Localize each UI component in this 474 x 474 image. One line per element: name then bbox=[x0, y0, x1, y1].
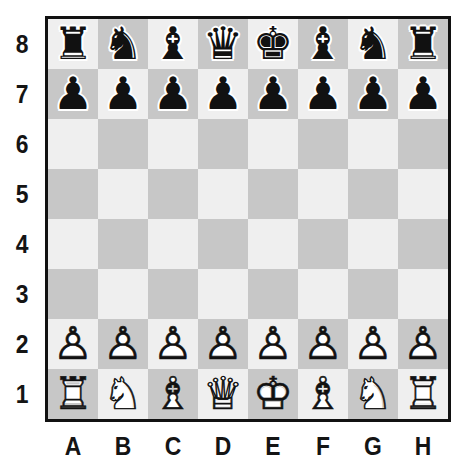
rank-label-2: 2 bbox=[3, 319, 42, 369]
piece-black-rook-a8: ♜ bbox=[48, 18, 98, 68]
piece-white-pawn-c2: ♙ bbox=[148, 318, 198, 368]
piece-white-bishop-f1: ♗ bbox=[298, 368, 348, 418]
square-b2[interactable]: ♟♙ bbox=[98, 319, 148, 369]
square-g4[interactable] bbox=[348, 219, 398, 269]
square-f1[interactable]: ♝♗ bbox=[298, 369, 348, 419]
square-c6[interactable] bbox=[148, 119, 198, 169]
square-f4[interactable] bbox=[298, 219, 348, 269]
piece-white-pawn-d2: ♙ bbox=[198, 318, 248, 368]
piece-black-pawn-a7: ♟ bbox=[48, 68, 98, 118]
piece-white-pawn-fill-f2: ♟ bbox=[299, 319, 348, 368]
square-h7[interactable]: ♟ bbox=[398, 69, 448, 119]
piece-white-pawn-fill-a2: ♟ bbox=[49, 319, 98, 368]
piece-black-knight-b8: ♞ bbox=[98, 18, 148, 68]
square-f6[interactable] bbox=[298, 119, 348, 169]
piece-black-queen-d8: ♛ bbox=[198, 18, 248, 68]
piece-black-bishop-c8: ♝ bbox=[148, 18, 198, 68]
square-d8[interactable]: ♛ bbox=[198, 19, 248, 69]
piece-black-king-e8: ♚ bbox=[248, 18, 298, 68]
rank-label-5: 5 bbox=[3, 169, 42, 219]
square-b4[interactable] bbox=[98, 219, 148, 269]
rank-label-4: 4 bbox=[3, 219, 42, 269]
square-a1[interactable]: ♜♖ bbox=[48, 369, 98, 419]
file-label-d: D bbox=[201, 426, 245, 466]
square-h2[interactable]: ♟♙ bbox=[398, 319, 448, 369]
square-e1[interactable]: ♚♔ bbox=[248, 369, 298, 419]
piece-white-pawn-a2: ♙ bbox=[48, 318, 98, 368]
piece-black-pawn-h7: ♟ bbox=[398, 68, 448, 118]
piece-white-rook-fill-a1: ♜ bbox=[49, 369, 98, 418]
square-b7[interactable]: ♟ bbox=[98, 69, 148, 119]
piece-white-pawn-fill-e2: ♟ bbox=[249, 319, 298, 368]
piece-white-pawn-fill-c2: ♟ bbox=[149, 319, 198, 368]
file-label-f: F bbox=[301, 426, 345, 466]
square-f3[interactable] bbox=[298, 269, 348, 319]
square-d7[interactable]: ♟ bbox=[198, 69, 248, 119]
piece-white-rook-fill-h1: ♜ bbox=[399, 369, 448, 418]
square-g1[interactable]: ♞♘ bbox=[348, 369, 398, 419]
piece-black-pawn-d7: ♟ bbox=[198, 68, 248, 118]
square-f2[interactable]: ♟♙ bbox=[298, 319, 348, 369]
square-d2[interactable]: ♟♙ bbox=[198, 319, 248, 369]
square-e7[interactable]: ♟ bbox=[248, 69, 298, 119]
piece-white-queen-fill-d1: ♛ bbox=[199, 369, 248, 418]
file-label-a: A bbox=[51, 426, 95, 466]
piece-white-knight-g1: ♘ bbox=[348, 368, 398, 418]
file-label-c: C bbox=[151, 426, 195, 466]
piece-black-pawn-g7: ♟ bbox=[348, 68, 398, 118]
file-label-h: H bbox=[401, 426, 445, 466]
square-h4[interactable] bbox=[398, 219, 448, 269]
piece-white-bishop-fill-c1: ♝ bbox=[149, 369, 198, 418]
piece-black-pawn-f7: ♟ bbox=[298, 68, 348, 118]
piece-black-pawn-c7: ♟ bbox=[148, 68, 198, 118]
piece-white-pawn-fill-h2: ♟ bbox=[399, 319, 448, 368]
square-h6[interactable] bbox=[398, 119, 448, 169]
square-a7[interactable]: ♟ bbox=[48, 69, 98, 119]
square-e6[interactable] bbox=[248, 119, 298, 169]
piece-white-knight-fill-b1: ♞ bbox=[99, 369, 148, 418]
square-g3[interactable] bbox=[348, 269, 398, 319]
piece-white-pawn-b2: ♙ bbox=[98, 318, 148, 368]
square-d1[interactable]: ♛♕ bbox=[198, 369, 248, 419]
square-h8[interactable]: ♜ bbox=[398, 19, 448, 69]
file-label-b: B bbox=[101, 426, 145, 466]
square-g6[interactable] bbox=[348, 119, 398, 169]
square-b6[interactable] bbox=[98, 119, 148, 169]
piece-black-pawn-e7: ♟ bbox=[248, 68, 298, 118]
file-label-e: E bbox=[251, 426, 295, 466]
square-e5[interactable] bbox=[248, 169, 298, 219]
square-c8[interactable]: ♝ bbox=[148, 19, 198, 69]
piece-white-pawn-g2: ♙ bbox=[348, 318, 398, 368]
square-f5[interactable] bbox=[298, 169, 348, 219]
piece-white-pawn-h2: ♙ bbox=[398, 318, 448, 368]
square-h1[interactable]: ♜♖ bbox=[398, 369, 448, 419]
piece-white-queen-d1: ♕ bbox=[198, 368, 248, 418]
square-b3[interactable] bbox=[98, 269, 148, 319]
square-a3[interactable] bbox=[48, 269, 98, 319]
square-h5[interactable] bbox=[398, 169, 448, 219]
square-d5[interactable] bbox=[198, 169, 248, 219]
square-a5[interactable] bbox=[48, 169, 98, 219]
rank-label-6: 6 bbox=[3, 119, 42, 169]
piece-black-pawn-b7: ♟ bbox=[98, 68, 148, 118]
square-f7[interactable]: ♟ bbox=[298, 69, 348, 119]
square-d6[interactable] bbox=[198, 119, 248, 169]
piece-white-rook-a1: ♖ bbox=[48, 368, 98, 418]
square-d4[interactable] bbox=[198, 219, 248, 269]
piece-white-bishop-c1: ♗ bbox=[148, 368, 198, 418]
square-c2[interactable]: ♟♙ bbox=[148, 319, 198, 369]
file-label-g: G bbox=[351, 426, 395, 466]
square-b5[interactable] bbox=[98, 169, 148, 219]
square-g7[interactable]: ♟ bbox=[348, 69, 398, 119]
rank-label-7: 7 bbox=[3, 69, 42, 119]
square-a4[interactable] bbox=[48, 219, 98, 269]
square-e2[interactable]: ♟♙ bbox=[248, 319, 298, 369]
piece-white-pawn-fill-b2: ♟ bbox=[99, 319, 148, 368]
rank-label-3: 3 bbox=[3, 269, 42, 319]
piece-black-knight-g8: ♞ bbox=[348, 18, 398, 68]
piece-white-pawn-f2: ♙ bbox=[298, 318, 348, 368]
square-a8[interactable]: ♜ bbox=[48, 19, 98, 69]
piece-white-king-e1: ♔ bbox=[248, 368, 298, 418]
piece-black-rook-h8: ♜ bbox=[398, 18, 448, 68]
square-e8[interactable]: ♚ bbox=[248, 19, 298, 69]
square-c5[interactable] bbox=[148, 169, 198, 219]
piece-white-rook-h1: ♖ bbox=[398, 368, 448, 418]
file-labels: ABCDEFGH bbox=[48, 426, 448, 466]
square-a2[interactable]: ♟♙ bbox=[48, 319, 98, 369]
piece-black-bishop-f8: ♝ bbox=[298, 18, 348, 68]
piece-white-bishop-fill-f1: ♝ bbox=[299, 369, 348, 418]
rank-label-8: 8 bbox=[3, 19, 42, 69]
piece-white-pawn-fill-g2: ♟ bbox=[349, 319, 398, 368]
square-e4[interactable] bbox=[248, 219, 298, 269]
square-e3[interactable] bbox=[248, 269, 298, 319]
piece-white-pawn-e2: ♙ bbox=[248, 318, 298, 368]
piece-white-king-fill-e1: ♚ bbox=[249, 369, 298, 418]
square-g8[interactable]: ♞ bbox=[348, 19, 398, 69]
square-f8[interactable]: ♝ bbox=[298, 19, 348, 69]
square-g5[interactable] bbox=[348, 169, 398, 219]
square-c7[interactable]: ♟ bbox=[148, 69, 198, 119]
square-c4[interactable] bbox=[148, 219, 198, 269]
piece-white-pawn-fill-d2: ♟ bbox=[199, 319, 248, 368]
square-g2[interactable]: ♟♙ bbox=[348, 319, 398, 369]
rank-label-1: 1 bbox=[3, 369, 42, 419]
square-h3[interactable] bbox=[398, 269, 448, 319]
square-c1[interactable]: ♝♗ bbox=[148, 369, 198, 419]
piece-white-knight-fill-g1: ♞ bbox=[349, 369, 398, 418]
rank-labels: 87654321 bbox=[0, 19, 44, 419]
piece-white-knight-b1: ♘ bbox=[98, 368, 148, 418]
square-d3[interactable] bbox=[198, 269, 248, 319]
square-b1[interactable]: ♞♘ bbox=[98, 369, 148, 419]
square-b8[interactable]: ♞ bbox=[98, 19, 148, 69]
square-a6[interactable] bbox=[48, 119, 98, 169]
chessboard: ♜♞♝♛♚♝♞♜♟♟♟♟♟♟♟♟♟♙♟♙♟♙♟♙♟♙♟♙♟♙♟♙♜♖♞♘♝♗♛♕… bbox=[45, 16, 451, 422]
square-c3[interactable] bbox=[148, 269, 198, 319]
chess-diagram: 87654321 ♜♞♝♛♚♝♞♜♟♟♟♟♟♟♟♟♟♙♟♙♟♙♟♙♟♙♟♙♟♙♟… bbox=[0, 0, 474, 474]
